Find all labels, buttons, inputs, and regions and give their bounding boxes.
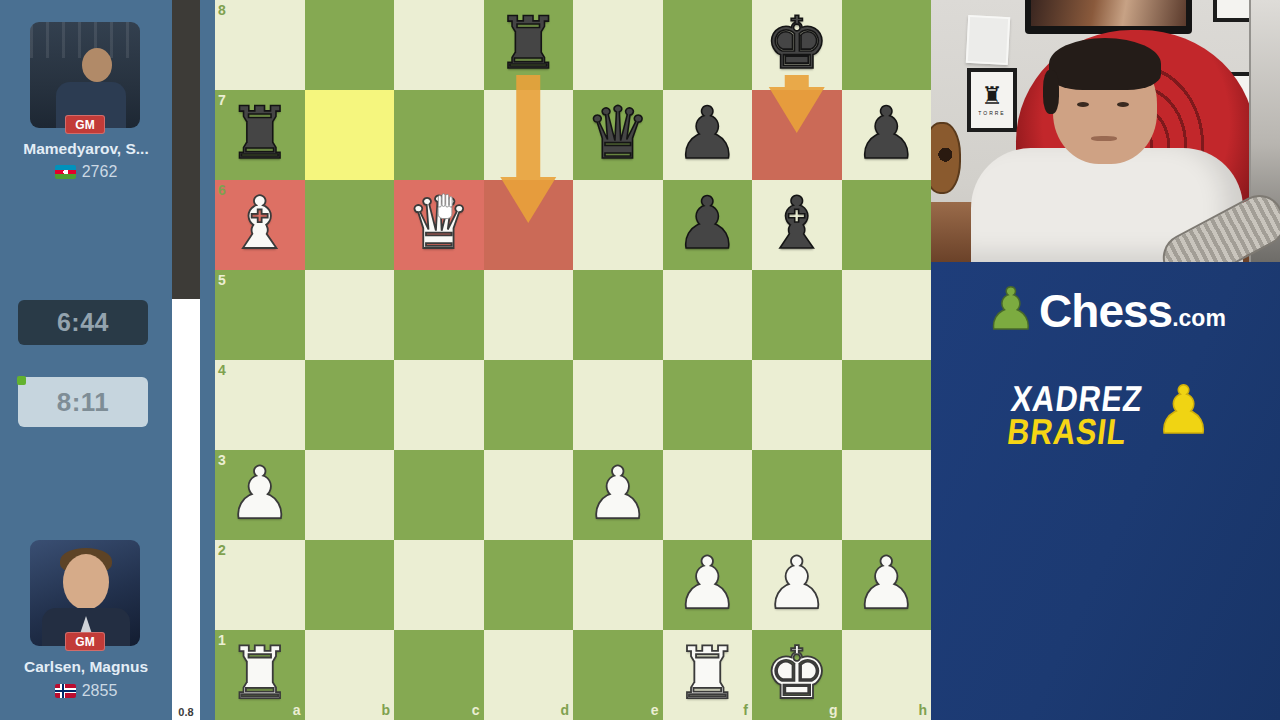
player-rating-bottom: 2855 — [82, 682, 118, 700]
square-c8[interactable] — [394, 0, 484, 90]
rank-label-2: 2 — [218, 543, 226, 557]
piece-black-rook-d8[interactable]: ♜ — [484, 0, 574, 88]
streamer-eye-left — [1077, 102, 1089, 107]
piece-black-rook-a7[interactable]: ♜ — [215, 88, 305, 178]
file-label-e: e — [651, 703, 659, 717]
square-a5[interactable]: 5 — [215, 270, 305, 360]
evaluation-bar: 0.8 — [172, 0, 200, 720]
square-b7[interactable] — [305, 90, 395, 180]
square-h2[interactable]: ♟ — [842, 540, 932, 630]
clock-top-time: 6:44 — [57, 308, 109, 337]
piece-black-bishop-g6[interactable]: ♝ — [752, 178, 842, 268]
square-a6[interactable]: 6♝ — [215, 180, 305, 270]
square-g1[interactable]: g♚ — [752, 630, 842, 720]
square-a3[interactable]: 3♟ — [215, 450, 305, 540]
chesscom-wordmark: Chess — [1039, 284, 1172, 338]
square-b8[interactable] — [305, 0, 395, 90]
piece-white-pawn-a3[interactable]: ♟ — [215, 448, 305, 538]
square-a7[interactable]: 7♜ — [215, 90, 305, 180]
square-b3[interactable] — [305, 450, 395, 540]
square-f7[interactable]: ♟ — [663, 90, 753, 180]
square-f8[interactable] — [663, 0, 753, 90]
title-badge-bottom: GM — [65, 632, 105, 651]
player-photo-top — [30, 22, 140, 128]
square-h5[interactable] — [842, 270, 932, 360]
clock-bottom: 8:11 — [18, 377, 148, 427]
square-e1[interactable]: e — [573, 630, 663, 720]
square-b2[interactable] — [305, 540, 395, 630]
piece-black-queen-e7[interactable]: ♛ — [573, 88, 663, 178]
evaluation-bar-black — [172, 0, 200, 299]
square-e7[interactable]: ♛ — [573, 90, 663, 180]
piece-white-bishop-a6[interactable]: ♝ — [215, 178, 305, 268]
piece-white-rook-f1[interactable]: ♜ — [663, 628, 753, 718]
piece-white-pawn-g2[interactable]: ♟ — [752, 538, 842, 628]
piece-white-king-g1[interactable]: ♚ — [752, 628, 842, 718]
board-grid: 8♜♚7♜♛♟♟6♝♛♟♝543♟♟2♟♟♟1a♜bcdef♜g♚h — [215, 0, 931, 720]
tv-screen — [1025, 0, 1192, 34]
player-rating-row-bottom: 2855 — [0, 682, 172, 700]
square-h1[interactable]: h — [842, 630, 932, 720]
piece-black-pawn-f7[interactable]: ♟ — [663, 88, 753, 178]
rook-poster-icon: ♜ — [981, 84, 1003, 108]
square-h7[interactable]: ♟ — [842, 90, 932, 180]
piece-black-pawn-f6[interactable]: ♟ — [663, 178, 753, 268]
streamer-eye-right — [1117, 102, 1129, 107]
square-f5[interactable] — [663, 270, 753, 360]
rank-label-4: 4 — [218, 363, 226, 377]
square-g3[interactable] — [752, 450, 842, 540]
xadrez-brasil-logo: XADREZ BRASIL ♟ — [931, 382, 1280, 448]
xadrez-line2: BRASIL — [1005, 415, 1140, 448]
square-e2[interactable] — [573, 540, 663, 630]
norway-flag-icon — [55, 684, 76, 698]
streamer-mouth — [1091, 136, 1117, 141]
streamer-hair-side — [1043, 70, 1059, 114]
guitar — [931, 122, 961, 194]
square-g8[interactable]: ♚ — [752, 0, 842, 90]
square-f4[interactable] — [663, 360, 753, 450]
square-e6[interactable] — [573, 180, 663, 270]
square-a8[interactable]: 8 — [215, 0, 305, 90]
square-f6[interactable]: ♟ — [663, 180, 753, 270]
square-c2[interactable] — [394, 540, 484, 630]
player-name-bottom: Carlsen, Magnus — [0, 658, 172, 676]
square-a4[interactable]: 4 — [215, 360, 305, 450]
square-g7[interactable] — [752, 90, 842, 180]
square-g2[interactable]: ♟ — [752, 540, 842, 630]
piece-white-pawn-f2[interactable]: ♟ — [663, 538, 753, 628]
clock-top: 6:44 — [18, 300, 148, 345]
chesscom-logo: ♟ Chess .com — [931, 282, 1280, 340]
square-g4[interactable] — [752, 360, 842, 450]
chesscom-suffix: .com — [1172, 305, 1226, 332]
square-g6[interactable]: ♝ — [752, 180, 842, 270]
title-badge-top: GM — [65, 115, 105, 134]
square-f3[interactable] — [663, 450, 753, 540]
square-h3[interactable] — [842, 450, 932, 540]
wall-frame-blank — [966, 15, 1010, 65]
square-b1[interactable]: b — [305, 630, 395, 720]
square-d5[interactable] — [484, 270, 574, 360]
square-h8[interactable] — [842, 0, 932, 90]
square-e8[interactable] — [573, 0, 663, 90]
square-d3[interactable] — [484, 450, 574, 540]
rank-label-5: 5 — [218, 273, 226, 287]
square-d1[interactable]: d — [484, 630, 574, 720]
piece-white-pawn-h2[interactable]: ♟ — [842, 538, 932, 628]
square-f1[interactable]: f♜ — [663, 630, 753, 720]
chesscom-pawn-icon: ♟ — [985, 280, 1037, 338]
file-label-h: h — [918, 703, 927, 717]
file-label-d: d — [560, 703, 569, 717]
square-c3[interactable] — [394, 450, 484, 540]
piece-white-rook-a1[interactable]: ♜ — [215, 628, 305, 718]
photo-head — [63, 554, 109, 610]
turn-indicator-dot — [17, 376, 26, 385]
square-b6[interactable] — [305, 180, 395, 270]
right-column: REI ♜ TORRE ♟ PEÃO ♟ — [931, 0, 1280, 720]
square-b4[interactable] — [305, 360, 395, 450]
player-photo-bottom — [30, 540, 140, 646]
clock-bottom-time: 8:11 — [57, 387, 110, 418]
square-e3[interactable]: ♟ — [573, 450, 663, 540]
stream-frame: GM Mamedyarov, S... 2762 6:44 8:11 GM Ca… — [0, 0, 1280, 720]
square-c7[interactable] — [394, 90, 484, 180]
square-d8[interactable]: ♜ — [484, 0, 574, 90]
poster-torre-label: TORRE — [978, 110, 1005, 116]
player-name-top: Mamedyarov, S... — [0, 140, 172, 158]
square-d6[interactable] — [484, 180, 574, 270]
square-c4[interactable] — [394, 360, 484, 450]
file-label-c: c — [472, 703, 480, 717]
photo-head — [82, 48, 112, 82]
square-e4[interactable] — [573, 360, 663, 450]
xadrez-wordmark: XADREZ BRASIL — [1005, 382, 1144, 448]
sponsor-panel: ♟ Chess .com XADREZ BRASIL ♟ — [931, 262, 1280, 720]
wall-poster-torre: ♜ TORRE — [967, 68, 1017, 132]
square-a1[interactable]: 1a♜ — [215, 630, 305, 720]
webcam-feed: REI ♜ TORRE ♟ PEÃO — [931, 0, 1280, 262]
evaluation-value: 0.8 — [172, 706, 200, 718]
square-h6[interactable] — [842, 180, 932, 270]
square-b5[interactable] — [305, 270, 395, 360]
piece-black-king-g8[interactable]: ♚ — [752, 0, 842, 88]
azerbaijan-flag-icon — [55, 165, 76, 179]
xadrez-pawn-icon: ♟ — [1154, 378, 1213, 444]
rank-label-8: 8 — [218, 3, 226, 17]
piece-white-pawn-e3[interactable]: ♟ — [573, 448, 663, 538]
square-c5[interactable] — [394, 270, 484, 360]
streamer-hair — [1049, 38, 1161, 90]
square-c6[interactable]: ♛ — [394, 180, 484, 270]
player-rating-row-top: 2762 — [0, 163, 172, 181]
square-a2[interactable]: 2 — [215, 540, 305, 630]
square-c1[interactable]: c — [394, 630, 484, 720]
tv-picture — [1031, 0, 1186, 26]
square-g5[interactable] — [752, 270, 842, 360]
square-f2[interactable]: ♟ — [663, 540, 753, 630]
player-rating-top: 2762 — [82, 163, 118, 181]
chess-board: 8♜♚7♜♛♟♟6♝♛♟♝543♟♟2♟♟♟1a♜bcdef♜g♚h — [215, 0, 931, 720]
square-d4[interactable] — [484, 360, 574, 450]
square-d7[interactable] — [484, 90, 574, 180]
square-h4[interactable] — [842, 360, 932, 450]
file-label-b: b — [381, 703, 390, 717]
square-e5[interactable] — [573, 270, 663, 360]
piece-black-pawn-h7[interactable]: ♟ — [842, 88, 932, 178]
piece-white-queen-c6[interactable]: ♛ — [394, 178, 484, 268]
square-d2[interactable] — [484, 540, 574, 630]
